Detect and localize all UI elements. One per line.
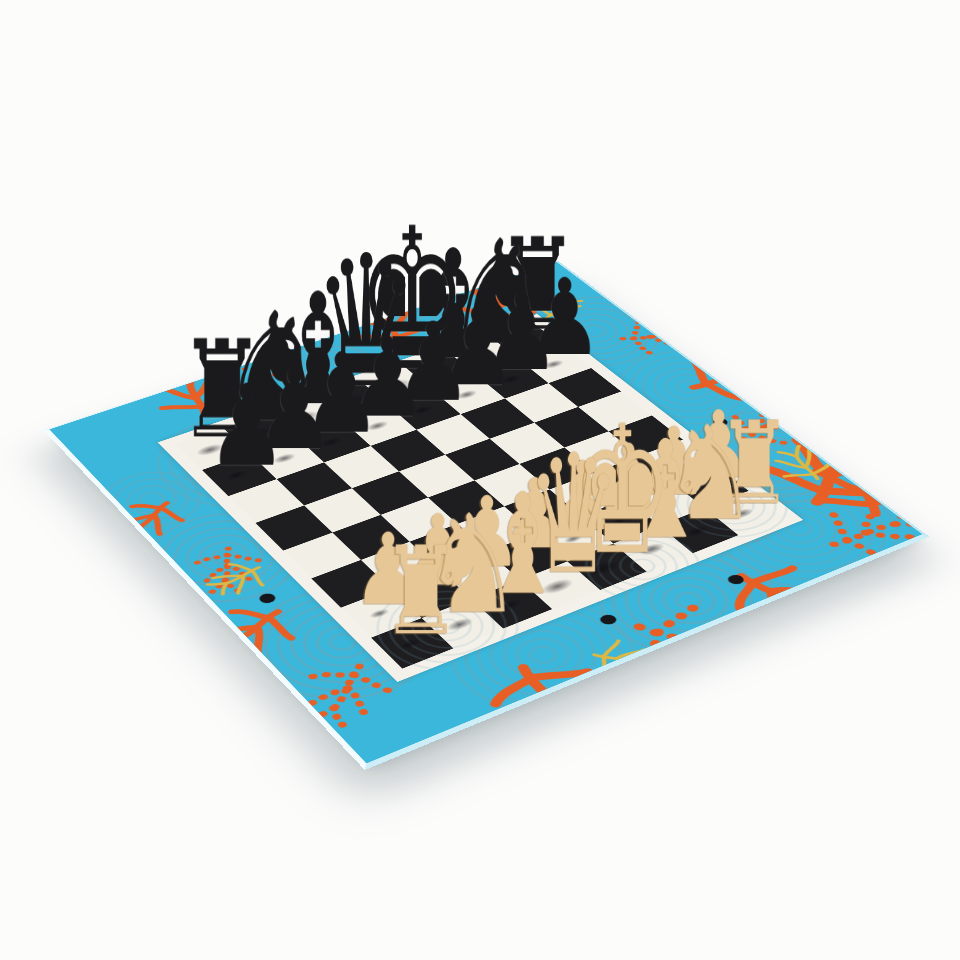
pawn-glyph: ♟ xyxy=(159,369,335,481)
rook-glyph: ♜ xyxy=(333,530,510,652)
scene: ♜♞♝♛♚♝♞♜♟♟♟♟♟♟♟♟♟♟♟♟♟♟♟♟♜♞♝♛♚♝♞♜ xyxy=(0,0,960,960)
board-tilt: ♜♞♝♛♚♝♞♜♟♟♟♟♟♟♟♟♟♟♟♟♟♟♟♟♜♞♝♛♚♝♞♜ xyxy=(44,261,930,770)
board-stage: ♜♞♝♛♚♝♞♜♟♟♟♟♟♟♟♟♟♟♟♟♟♟♟♟♜♞♝♛♚♝♞♜ xyxy=(0,0,960,960)
game-mat: ♜♞♝♛♚♝♞♜♟♟♟♟♟♟♟♟♟♟♟♟♟♟♟♟♜♞♝♛♚♝♞♜ xyxy=(44,261,930,770)
